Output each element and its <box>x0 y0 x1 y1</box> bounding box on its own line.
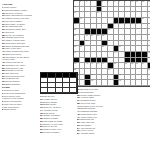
cell-number: 63 <box>119 80 121 82</box>
cell-number: 34 <box>86 40 88 42</box>
clue-line: 21 Sly sidelong look <box>2 25 38 28</box>
mini-table-cell <box>41 88 48 93</box>
cell-number: 20 <box>142 18 144 20</box>
cell-number: 47 <box>91 63 93 65</box>
clue-line: 15 Not here or there <box>2 11 38 14</box>
cell-number: 40 <box>74 52 76 54</box>
clue-line: 27 Golf peg <box>2 30 38 33</box>
cell-number: 54 <box>142 63 144 65</box>
clue-line: 28 Let up, as a storm <box>2 33 38 36</box>
cell-number: 31 <box>91 35 93 37</box>
clue-line: 8 Long epoch <box>2 108 38 111</box>
cell-number: 53 <box>136 63 138 65</box>
clue-line: 62 Ocean motion <box>2 79 38 82</box>
cell-number: 10 <box>131 1 133 3</box>
left-clue-column: ACROSS1 Mimic loudly5 Fragrant garden fl… <box>2 1 38 148</box>
cell-number: 8 <box>119 1 120 3</box>
cell-number: 57 <box>148 69 150 71</box>
cell-number: 18 <box>97 12 99 14</box>
clue-line: 29 Highest point of all <box>2 36 38 39</box>
cell-number: 48 <box>97 63 99 65</box>
clue-line: 16 Make amends for a wrong <box>2 14 38 17</box>
clue-line: 19 Tiny bit of matter <box>2 19 38 22</box>
cell-number: 44 <box>148 57 150 59</box>
clue-line: 40 Large ornamental vase <box>2 49 38 52</box>
cell-number: 25 <box>131 23 133 25</box>
cell-number: 12 <box>142 1 144 3</box>
clue-line: 50 Chopped very finely <box>2 63 38 66</box>
clue-line: 3 Iron source rock <box>2 94 38 97</box>
cell-number: 16 <box>102 6 104 8</box>
cell-number: 6 <box>108 1 109 3</box>
clue-line: 4 Droop in the middle <box>2 97 38 100</box>
clue-line: 45 Wicked as can be <box>2 60 38 63</box>
section-header: DOWN <box>2 86 38 89</box>
clue-line: 35 Gets older with time <box>2 41 38 44</box>
crossword-puzzle-page: ACROSS1 Mimic loudly5 Fragrant garden fl… <box>0 0 150 150</box>
section-header: ACROSS <box>2 3 38 6</box>
cell-number: 45 <box>74 63 76 65</box>
cell-number: 7 <box>114 1 115 3</box>
clue-line: 57 Attempt again <box>77 132 138 135</box>
clue-line: 61 Finish the job <box>2 77 38 80</box>
clue-line: 39 Pale in the face <box>2 47 38 50</box>
clue-line: 59 Tidy and trim <box>2 71 38 74</box>
cell-number: 5 <box>102 1 103 3</box>
clue-line: 55 Long slippery fish <box>2 66 38 69</box>
cell-number: 51 <box>125 63 127 65</box>
mini-reference-table <box>40 72 78 94</box>
cell-number: 21 <box>74 23 76 25</box>
cell-number: 15 <box>74 6 76 8</box>
cell-number: 24 <box>125 23 127 25</box>
clue-line: 43 Con game on the street <box>2 55 38 58</box>
clue-line: 6 Mine find of value <box>2 102 38 105</box>
cell-number: 36 <box>74 46 76 48</box>
cell-number: 37 <box>80 46 82 48</box>
cell-number: 13 <box>148 1 150 3</box>
clue-line: 34 Wager a small sum <box>2 38 38 41</box>
cell-number: 2 <box>80 1 81 3</box>
cell-number: 11 <box>136 1 138 3</box>
clue-line: 28 Period of history <box>40 131 74 134</box>
cell-number: 30 <box>86 35 88 37</box>
middle-clue-text: 9 Exist as one10 Village tavern11 Scarle… <box>40 95 74 133</box>
clue-line: 1 Mimic loudly <box>2 5 38 8</box>
clue-line: 5 Quite uncommon <box>2 99 38 102</box>
cell-number: 46 <box>86 63 88 65</box>
clue-line: 1 Region of land <box>2 88 38 91</box>
cell-number: 4 <box>91 1 92 3</box>
clue-line: 17 Kitchen helper of a sort <box>2 16 38 19</box>
cell-number: 56 <box>108 69 110 71</box>
cell-number: 17 <box>74 12 76 14</box>
right-clue-text: 30 Big fuss over little31 Cunning trick3… <box>77 88 138 134</box>
cell-number: 29 <box>74 35 76 37</box>
cell-number: 26 <box>136 23 138 25</box>
cell-number: 50 <box>114 63 116 65</box>
cell-number: 62 <box>91 80 93 82</box>
right-clue-column: 30 Big fuss over little31 Cunning trick3… <box>77 88 138 149</box>
cell-number: 41 <box>114 52 116 54</box>
cell-number: 35 <box>108 40 110 42</box>
middle-clue-column: 9 Exist as one10 Village tavern11 Scarle… <box>40 95 74 149</box>
cell-number: 3 <box>86 1 87 3</box>
mini-table-cell <box>48 88 55 93</box>
cell-number: 52 <box>131 63 133 65</box>
cell-number: 28 <box>108 29 110 31</box>
cell-number: 19 <box>80 18 82 20</box>
clue-line: 36 Small woodland stream <box>2 44 38 47</box>
clue-line: 44 Tree fluid <box>2 58 38 61</box>
cell-number: 22 <box>114 23 116 25</box>
cell-number: 9 <box>125 1 126 3</box>
clue-line: 7 Stir from sleep <box>2 105 38 108</box>
clue-line: 58 Summit of a peak <box>2 69 38 72</box>
cell-number: 59 <box>91 74 93 76</box>
cell-number: 42 <box>148 52 150 54</box>
clue-line: 2 Plain and unadorned <box>2 91 38 94</box>
cell-number: 38 <box>102 46 104 48</box>
clue-line: 20 Sea eagle, to some <box>2 22 38 25</box>
clue-line: 60 Recent arrival here <box>2 74 38 77</box>
cell-number: 60 <box>119 74 121 76</box>
mini-table-cell <box>63 88 70 93</box>
cell-number: 43 <box>108 57 110 59</box>
left-clue-text: ACROSS1 Mimic loudly5 Fragrant garden fl… <box>2 3 38 111</box>
mini-table-cell <box>56 88 63 93</box>
clue-line: 22 Common paper size <box>2 27 38 30</box>
cell-number: 49 <box>102 63 104 65</box>
cell-number: 32 <box>97 35 99 37</box>
white-cell[interactable] <box>148 80 150 86</box>
clue-line: 42 Spot to be seen <box>2 52 38 55</box>
clue-line: 63 Stitch together <box>2 82 38 85</box>
cell-number: 27 <box>74 29 76 31</box>
cell-number: 33 <box>102 35 104 37</box>
cell-number: 55 <box>74 69 76 71</box>
cell-number: 39 <box>119 46 121 48</box>
crossword-grid: 1234567891011121314151617181920212223242… <box>73 0 150 87</box>
cell-number: 1 <box>74 1 75 3</box>
clue-line: 5 Fragrant garden flower <box>2 8 38 11</box>
cell-number: 23 <box>119 23 121 25</box>
